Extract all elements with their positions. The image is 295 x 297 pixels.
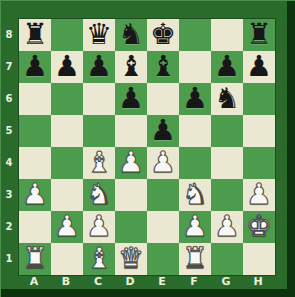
piece-black-queen[interactable]: ♛ bbox=[86, 18, 112, 50]
square-h3[interactable]: ♟ bbox=[243, 179, 275, 211]
piece-white-rook[interactable]: ♜ bbox=[22, 242, 48, 274]
square-c8[interactable]: ♛ bbox=[83, 19, 115, 51]
piece-black-pawn[interactable]: ♟ bbox=[246, 50, 272, 82]
piece-white-knight[interactable]: ♞ bbox=[182, 178, 208, 210]
square-e7[interactable]: ♝ bbox=[147, 51, 179, 83]
square-f7[interactable] bbox=[179, 51, 211, 83]
square-d8[interactable]: ♞ bbox=[115, 19, 147, 51]
square-d6[interactable]: ♟ bbox=[115, 83, 147, 115]
square-g5[interactable] bbox=[211, 115, 243, 147]
square-c4[interactable]: ♝ bbox=[83, 147, 115, 179]
square-g3[interactable] bbox=[211, 179, 243, 211]
square-d5[interactable] bbox=[115, 115, 147, 147]
square-c2[interactable]: ♟ bbox=[83, 211, 115, 243]
piece-black-knight[interactable]: ♞ bbox=[214, 82, 240, 114]
square-e4[interactable]: ♟ bbox=[147, 147, 179, 179]
frame-shadow-bottom bbox=[1, 289, 295, 297]
piece-black-rook[interactable]: ♜ bbox=[22, 18, 48, 50]
piece-black-pawn[interactable]: ♟ bbox=[86, 50, 112, 82]
square-c3[interactable]: ♞ bbox=[83, 179, 115, 211]
file-label-a: A bbox=[18, 275, 50, 290]
square-e5[interactable]: ♟ bbox=[147, 115, 179, 147]
rank-label-4: 4 bbox=[1, 146, 17, 178]
piece-black-rook[interactable]: ♜ bbox=[246, 18, 272, 50]
rank-label-5: 5 bbox=[1, 114, 17, 146]
piece-black-pawn[interactable]: ♟ bbox=[118, 82, 144, 114]
square-f4[interactable] bbox=[179, 147, 211, 179]
square-g6[interactable]: ♞ bbox=[211, 83, 243, 115]
piece-white-knight[interactable]: ♞ bbox=[86, 178, 112, 210]
square-a7[interactable]: ♟ bbox=[19, 51, 51, 83]
square-a8[interactable]: ♜ bbox=[19, 19, 51, 51]
square-b4[interactable] bbox=[51, 147, 83, 179]
square-c7[interactable]: ♟ bbox=[83, 51, 115, 83]
piece-white-pawn[interactable]: ♟ bbox=[86, 210, 112, 242]
square-h5[interactable] bbox=[243, 115, 275, 147]
rank-label-3: 3 bbox=[1, 178, 17, 210]
square-h8[interactable]: ♜ bbox=[243, 19, 275, 51]
square-e6[interactable] bbox=[147, 83, 179, 115]
piece-white-pawn[interactable]: ♟ bbox=[118, 146, 144, 178]
square-b3[interactable] bbox=[51, 179, 83, 211]
piece-black-pawn[interactable]: ♟ bbox=[214, 50, 240, 82]
piece-black-pawn[interactable]: ♟ bbox=[150, 114, 176, 146]
square-g8[interactable] bbox=[211, 19, 243, 51]
piece-white-queen[interactable]: ♛ bbox=[118, 242, 144, 274]
square-a2[interactable] bbox=[19, 211, 51, 243]
square-a6[interactable] bbox=[19, 83, 51, 115]
piece-white-pawn[interactable]: ♟ bbox=[150, 146, 176, 178]
frame-shadow-right bbox=[287, 1, 295, 297]
square-b6[interactable] bbox=[51, 83, 83, 115]
piece-white-pawn[interactable]: ♟ bbox=[214, 210, 240, 242]
piece-white-pawn[interactable]: ♟ bbox=[182, 210, 208, 242]
piece-black-knight[interactable]: ♞ bbox=[118, 18, 144, 50]
piece-white-king[interactable]: ♚ bbox=[246, 210, 272, 242]
rank-label-8: 8 bbox=[1, 18, 17, 50]
square-a3[interactable]: ♟ bbox=[19, 179, 51, 211]
square-a4[interactable] bbox=[19, 147, 51, 179]
square-b1[interactable] bbox=[51, 243, 83, 275]
square-g4[interactable] bbox=[211, 147, 243, 179]
chess-board-widget: ♜♛♞♚♜♟♟♟♝♝♟♟♟♟♞♟♝♟♟♟♞♞♟♟♟♟♟♚♜♝♛♜ 8765432… bbox=[0, 0, 295, 297]
rank-label-7: 7 bbox=[1, 50, 17, 82]
square-g1[interactable] bbox=[211, 243, 243, 275]
square-b5[interactable] bbox=[51, 115, 83, 147]
square-d2[interactable] bbox=[115, 211, 147, 243]
square-e3[interactable] bbox=[147, 179, 179, 211]
piece-white-bishop[interactable]: ♝ bbox=[86, 242, 112, 274]
square-h2[interactable]: ♚ bbox=[243, 211, 275, 243]
piece-white-pawn[interactable]: ♟ bbox=[246, 178, 272, 210]
square-g2[interactable]: ♟ bbox=[211, 211, 243, 243]
square-c6[interactable] bbox=[83, 83, 115, 115]
piece-black-pawn[interactable]: ♟ bbox=[182, 82, 208, 114]
square-a1[interactable]: ♜ bbox=[19, 243, 51, 275]
square-h7[interactable]: ♟ bbox=[243, 51, 275, 83]
file-label-e: E bbox=[146, 275, 178, 290]
piece-black-king[interactable]: ♚ bbox=[150, 18, 176, 50]
square-f8[interactable] bbox=[179, 19, 211, 51]
file-label-c: C bbox=[82, 275, 114, 290]
square-h4[interactable] bbox=[243, 147, 275, 179]
square-e1[interactable] bbox=[147, 243, 179, 275]
piece-black-bishop[interactable]: ♝ bbox=[118, 50, 144, 82]
piece-white-pawn[interactable]: ♟ bbox=[22, 178, 48, 210]
square-h6[interactable] bbox=[243, 83, 275, 115]
rank-label-1: 1 bbox=[1, 242, 17, 274]
chess-board: ♜♛♞♚♜♟♟♟♝♝♟♟♟♟♞♟♝♟♟♟♞♞♟♟♟♟♟♚♜♝♛♜ bbox=[18, 18, 276, 276]
square-f2[interactable]: ♟ bbox=[179, 211, 211, 243]
file-label-b: B bbox=[50, 275, 82, 290]
square-a5[interactable] bbox=[19, 115, 51, 147]
square-c1[interactable]: ♝ bbox=[83, 243, 115, 275]
square-b8[interactable] bbox=[51, 19, 83, 51]
piece-black-pawn[interactable]: ♟ bbox=[22, 50, 48, 82]
square-b7[interactable]: ♟ bbox=[51, 51, 83, 83]
square-d7[interactable]: ♝ bbox=[115, 51, 147, 83]
rank-label-2: 2 bbox=[1, 210, 17, 242]
piece-black-pawn[interactable]: ♟ bbox=[54, 50, 80, 82]
piece-white-pawn[interactable]: ♟ bbox=[54, 210, 80, 242]
piece-black-bishop[interactable]: ♝ bbox=[150, 50, 176, 82]
square-f5[interactable] bbox=[179, 115, 211, 147]
square-e2[interactable] bbox=[147, 211, 179, 243]
rank-label-6: 6 bbox=[1, 82, 17, 114]
square-f6[interactable]: ♟ bbox=[179, 83, 211, 115]
square-h1[interactable] bbox=[243, 243, 275, 275]
square-d4[interactable]: ♟ bbox=[115, 147, 147, 179]
square-e8[interactable]: ♚ bbox=[147, 19, 179, 51]
square-g7[interactable]: ♟ bbox=[211, 51, 243, 83]
square-f1[interactable]: ♜ bbox=[179, 243, 211, 275]
file-label-f: F bbox=[178, 275, 210, 290]
piece-white-bishop[interactable]: ♝ bbox=[86, 146, 112, 178]
square-d1[interactable]: ♛ bbox=[115, 243, 147, 275]
square-d3[interactable] bbox=[115, 179, 147, 211]
square-b2[interactable]: ♟ bbox=[51, 211, 83, 243]
file-label-g: G bbox=[210, 275, 242, 290]
file-label-h: H bbox=[242, 275, 274, 290]
square-f3[interactable]: ♞ bbox=[179, 179, 211, 211]
piece-white-rook[interactable]: ♜ bbox=[182, 242, 208, 274]
square-c5[interactable] bbox=[83, 115, 115, 147]
file-label-d: D bbox=[114, 275, 146, 290]
